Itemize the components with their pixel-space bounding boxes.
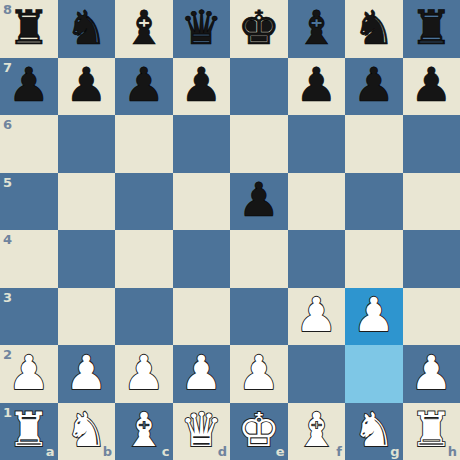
square-f6[interactable] — [288, 115, 346, 173]
square-g7[interactable]: ♟ — [345, 58, 403, 116]
square-g3[interactable]: ♟ — [345, 288, 403, 346]
piece-white-pawn[interactable]: ♟ — [65, 349, 107, 396]
piece-white-pawn[interactable]: ♟ — [295, 291, 337, 338]
square-g6[interactable] — [345, 115, 403, 173]
piece-black-queen[interactable]: ♛ — [180, 4, 222, 51]
square-b2[interactable]: ♟ — [58, 345, 116, 403]
piece-black-pawn[interactable]: ♟ — [238, 176, 280, 223]
square-f3[interactable]: ♟ — [288, 288, 346, 346]
square-c1[interactable]: c♝ — [115, 403, 173, 460]
piece-white-pawn[interactable]: ♟ — [8, 349, 50, 396]
square-a8[interactable]: 8♜ — [0, 0, 58, 58]
rank-label-3: 3 — [3, 291, 12, 304]
square-c4[interactable] — [115, 230, 173, 288]
chess-board-container: 8♜♞♝♛♚♝♞♜7♟♟♟♟♟♟♟65♟43♟♟2♟♟♟♟♟♟1a♜b♞c♝d♛… — [0, 0, 460, 460]
piece-black-knight[interactable]: ♞ — [65, 4, 107, 51]
piece-black-pawn[interactable]: ♟ — [65, 61, 107, 108]
square-c6[interactable] — [115, 115, 173, 173]
piece-white-king[interactable]: ♚ — [238, 406, 280, 453]
piece-black-knight[interactable]: ♞ — [353, 4, 395, 51]
piece-white-rook[interactable]: ♜ — [8, 406, 50, 453]
rank-label-6: 6 — [3, 118, 12, 131]
square-h3[interactable] — [403, 288, 460, 346]
square-c2[interactable]: ♟ — [115, 345, 173, 403]
square-d5[interactable] — [173, 173, 231, 231]
square-d1[interactable]: d♛ — [173, 403, 231, 460]
piece-black-king[interactable]: ♚ — [238, 4, 280, 51]
piece-black-rook[interactable]: ♜ — [8, 4, 50, 51]
square-d6[interactable] — [173, 115, 231, 173]
piece-white-bishop[interactable]: ♝ — [123, 406, 165, 453]
square-f5[interactable] — [288, 173, 346, 231]
square-e4[interactable] — [230, 230, 288, 288]
square-f8[interactable]: ♝ — [288, 0, 346, 58]
square-d2[interactable]: ♟ — [173, 345, 231, 403]
square-a7[interactable]: 7♟ — [0, 58, 58, 116]
square-e2[interactable]: ♟ — [230, 345, 288, 403]
square-c3[interactable] — [115, 288, 173, 346]
piece-black-pawn[interactable]: ♟ — [410, 61, 452, 108]
square-b7[interactable]: ♟ — [58, 58, 116, 116]
piece-black-pawn[interactable]: ♟ — [8, 61, 50, 108]
square-e3[interactable] — [230, 288, 288, 346]
square-g5[interactable] — [345, 173, 403, 231]
square-g4[interactable] — [345, 230, 403, 288]
piece-white-knight[interactable]: ♞ — [65, 406, 107, 453]
square-h5[interactable] — [403, 173, 460, 231]
piece-white-queen[interactable]: ♛ — [180, 406, 222, 453]
piece-black-bishop[interactable]: ♝ — [123, 4, 165, 51]
square-e1[interactable]: e♚ — [230, 403, 288, 460]
square-h2[interactable]: ♟ — [403, 345, 460, 403]
piece-black-bishop[interactable]: ♝ — [295, 4, 337, 51]
piece-white-pawn[interactable]: ♟ — [410, 349, 452, 396]
square-a2[interactable]: 2♟ — [0, 345, 58, 403]
piece-white-pawn[interactable]: ♟ — [238, 349, 280, 396]
square-h6[interactable] — [403, 115, 460, 173]
piece-black-pawn[interactable]: ♟ — [353, 61, 395, 108]
piece-black-pawn[interactable]: ♟ — [180, 61, 222, 108]
square-a3[interactable]: 3 — [0, 288, 58, 346]
square-c5[interactable] — [115, 173, 173, 231]
square-g1[interactable]: g♞ — [345, 403, 403, 460]
square-e5[interactable]: ♟ — [230, 173, 288, 231]
piece-white-pawn[interactable]: ♟ — [353, 291, 395, 338]
square-b1[interactable]: b♞ — [58, 403, 116, 460]
piece-black-pawn[interactable]: ♟ — [123, 61, 165, 108]
chess-board: 8♜♞♝♛♚♝♞♜7♟♟♟♟♟♟♟65♟43♟♟2♟♟♟♟♟♟1a♜b♞c♝d♛… — [0, 0, 460, 460]
piece-white-pawn[interactable]: ♟ — [180, 349, 222, 396]
piece-black-pawn[interactable]: ♟ — [295, 61, 337, 108]
square-g8[interactable]: ♞ — [345, 0, 403, 58]
piece-white-rook[interactable]: ♜ — [410, 406, 452, 453]
square-g2[interactable] — [345, 345, 403, 403]
square-h8[interactable]: ♜ — [403, 0, 460, 58]
square-d8[interactable]: ♛ — [173, 0, 231, 58]
rank-label-5: 5 — [3, 176, 12, 189]
square-a1[interactable]: 1a♜ — [0, 403, 58, 460]
square-a5[interactable]: 5 — [0, 173, 58, 231]
piece-white-pawn[interactable]: ♟ — [123, 349, 165, 396]
square-a4[interactable]: 4 — [0, 230, 58, 288]
square-d7[interactable]: ♟ — [173, 58, 231, 116]
square-f2[interactable] — [288, 345, 346, 403]
square-f4[interactable] — [288, 230, 346, 288]
rank-label-4: 4 — [3, 233, 12, 246]
square-h7[interactable]: ♟ — [403, 58, 460, 116]
square-d3[interactable] — [173, 288, 231, 346]
piece-white-bishop[interactable]: ♝ — [295, 406, 337, 453]
square-b5[interactable] — [58, 173, 116, 231]
square-b8[interactable]: ♞ — [58, 0, 116, 58]
square-b3[interactable] — [58, 288, 116, 346]
square-e7[interactable] — [230, 58, 288, 116]
square-h4[interactable] — [403, 230, 460, 288]
square-e8[interactable]: ♚ — [230, 0, 288, 58]
square-d4[interactable] — [173, 230, 231, 288]
square-c7[interactable]: ♟ — [115, 58, 173, 116]
square-h1[interactable]: h♜ — [403, 403, 460, 460]
square-c8[interactable]: ♝ — [115, 0, 173, 58]
square-b4[interactable] — [58, 230, 116, 288]
square-a6[interactable]: 6 — [0, 115, 58, 173]
square-f7[interactable]: ♟ — [288, 58, 346, 116]
piece-white-knight[interactable]: ♞ — [353, 406, 395, 453]
piece-black-rook[interactable]: ♜ — [410, 4, 452, 51]
square-e6[interactable] — [230, 115, 288, 173]
square-f1[interactable]: f♝ — [288, 403, 346, 460]
square-b6[interactable] — [58, 115, 116, 173]
